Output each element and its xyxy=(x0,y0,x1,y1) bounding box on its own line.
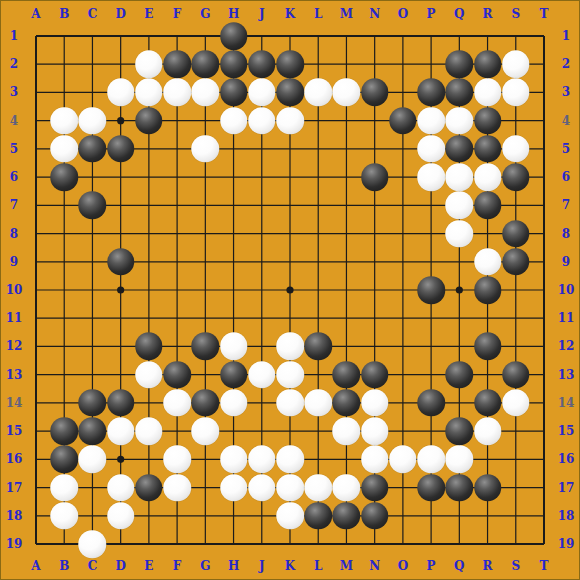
coord-label-bottom-A: A xyxy=(31,560,40,572)
coord-label-top-P: P xyxy=(427,8,436,20)
coord-label-left-4: 4 xyxy=(10,115,18,127)
stone-white-P6[interactable] xyxy=(417,163,445,191)
coord-label-top-B: B xyxy=(59,8,69,20)
coord-label-top-E: E xyxy=(144,8,153,20)
stone-black-P3[interactable] xyxy=(417,79,445,107)
stone-black-H3[interactable] xyxy=(220,79,248,107)
stone-white-Q8[interactable] xyxy=(446,220,474,248)
stone-white-J4[interactable] xyxy=(248,107,276,135)
stone-white-R15[interactable] xyxy=(474,417,502,445)
stone-black-Q5[interactable] xyxy=(446,135,474,163)
stone-white-F14[interactable] xyxy=(163,389,191,417)
stone-black-P10[interactable] xyxy=(417,276,445,304)
stone-black-Q13[interactable] xyxy=(446,361,474,389)
stone-white-Q7[interactable] xyxy=(446,192,474,220)
coord-label-right-18: 18 xyxy=(558,510,575,522)
stone-black-N6[interactable] xyxy=(361,163,389,191)
coord-label-right-9: 9 xyxy=(562,256,570,268)
stone-black-B16[interactable] xyxy=(50,446,78,474)
coord-label-right-11: 11 xyxy=(558,312,575,324)
stone-black-P17[interactable] xyxy=(417,474,445,502)
stone-black-R17[interactable] xyxy=(474,474,502,502)
stone-white-F3[interactable] xyxy=(163,79,191,107)
stone-black-R14[interactable] xyxy=(474,389,502,417)
stone-black-K3[interactable] xyxy=(276,79,304,107)
stone-black-Q3[interactable] xyxy=(446,79,474,107)
stone-white-Q4[interactable] xyxy=(446,107,474,135)
stone-black-F2[interactable] xyxy=(163,50,191,78)
stone-black-G12[interactable] xyxy=(192,333,220,361)
stone-black-P14[interactable] xyxy=(417,389,445,417)
stone-white-K12[interactable] xyxy=(276,333,304,361)
stone-black-B15[interactable] xyxy=(50,417,78,445)
coord-label-left-7: 7 xyxy=(10,199,18,211)
stone-black-M13[interactable] xyxy=(333,361,361,389)
stone-white-C19[interactable] xyxy=(79,530,107,558)
coord-label-right-4: 4 xyxy=(562,115,570,127)
stone-black-H1[interactable] xyxy=(220,22,248,50)
stone-black-M18[interactable] xyxy=(333,502,361,530)
stone-white-G3[interactable] xyxy=(192,79,220,107)
coord-label-top-K: K xyxy=(285,8,295,20)
stone-black-C7[interactable] xyxy=(79,192,107,220)
stone-black-G14[interactable] xyxy=(192,389,220,417)
stone-white-J16[interactable] xyxy=(248,446,276,474)
star-point-D4 xyxy=(117,117,124,124)
stone-black-K2[interactable] xyxy=(276,50,304,78)
stone-white-H14[interactable] xyxy=(220,389,248,417)
star-point-K10 xyxy=(286,286,293,293)
stone-white-B18[interactable] xyxy=(50,502,78,530)
stone-black-N17[interactable] xyxy=(361,474,389,502)
coord-label-right-16: 16 xyxy=(558,453,575,465)
coord-label-right-1: 1 xyxy=(562,30,570,42)
coord-label-top-F: F xyxy=(173,8,182,20)
coord-label-left-14: 14 xyxy=(6,397,23,409)
coord-label-right-5: 5 xyxy=(562,143,570,155)
stone-white-K18[interactable] xyxy=(276,502,304,530)
stone-white-P16[interactable] xyxy=(417,446,445,474)
coord-label-left-9: 9 xyxy=(10,256,18,268)
coord-label-left-8: 8 xyxy=(10,228,18,240)
stone-black-D14[interactable] xyxy=(107,389,135,417)
stone-white-L3[interactable] xyxy=(304,79,332,107)
coord-label-bottom-J: J xyxy=(259,560,265,572)
stone-white-L17[interactable] xyxy=(304,474,332,502)
coord-label-bottom-K: K xyxy=(285,560,295,572)
stone-black-C5[interactable] xyxy=(79,135,107,163)
coord-label-bottom-D: D xyxy=(115,560,125,572)
star-point-Q10 xyxy=(456,286,463,293)
coord-label-right-14: 14 xyxy=(558,397,575,409)
stone-white-R6[interactable] xyxy=(474,163,502,191)
coord-label-bottom-S: S xyxy=(511,560,520,572)
stone-white-Q16[interactable] xyxy=(446,446,474,474)
stone-white-N16[interactable] xyxy=(361,446,389,474)
coord-label-left-18: 18 xyxy=(6,510,23,522)
stone-white-E15[interactable] xyxy=(135,417,163,445)
stone-white-K16[interactable] xyxy=(276,446,304,474)
coord-label-right-7: 7 xyxy=(562,199,570,211)
coord-label-top-L: L xyxy=(314,8,322,20)
stone-white-S5[interactable] xyxy=(502,135,530,163)
coord-label-bottom-L: L xyxy=(314,560,322,572)
stone-black-D5[interactable] xyxy=(107,135,135,163)
go-board: AABBCCDDEEFFGGHHJJKKLLMMNNOOPPQQRRSSTT11… xyxy=(0,0,580,580)
stone-white-H17[interactable] xyxy=(220,474,248,502)
stone-white-H4[interactable] xyxy=(220,107,248,135)
stone-white-C4[interactable] xyxy=(79,107,107,135)
stone-white-F16[interactable] xyxy=(163,446,191,474)
coord-label-left-16: 16 xyxy=(6,453,23,465)
coord-label-top-J: J xyxy=(259,8,265,20)
stone-white-L14[interactable] xyxy=(304,389,332,417)
coord-label-bottom-E: E xyxy=(144,560,153,572)
stone-black-E12[interactable] xyxy=(135,333,163,361)
stone-black-N13[interactable] xyxy=(361,361,389,389)
stone-white-K4[interactable] xyxy=(276,107,304,135)
coord-label-left-1: 1 xyxy=(10,30,18,42)
coord-label-left-19: 19 xyxy=(6,538,23,550)
coord-label-top-N: N xyxy=(369,8,380,20)
stone-white-S2[interactable] xyxy=(502,50,530,78)
coord-label-left-17: 17 xyxy=(6,482,23,494)
coord-label-top-H: H xyxy=(228,8,239,20)
stone-black-H2[interactable] xyxy=(220,50,248,78)
stone-black-O4[interactable] xyxy=(389,107,417,135)
stone-black-E17[interactable] xyxy=(135,474,163,502)
coord-label-right-6: 6 xyxy=(562,171,570,183)
coord-label-top-G: G xyxy=(200,8,210,20)
stone-black-G2[interactable] xyxy=(192,50,220,78)
coord-label-left-5: 5 xyxy=(10,143,18,155)
stone-black-R2[interactable] xyxy=(474,50,502,78)
stone-white-G5[interactable] xyxy=(192,135,220,163)
coord-label-left-6: 6 xyxy=(10,171,18,183)
stone-white-R3[interactable] xyxy=(474,79,502,107)
coord-label-right-13: 13 xyxy=(558,369,575,381)
coord-label-bottom-C: C xyxy=(88,560,98,572)
coord-label-top-R: R xyxy=(483,8,493,20)
stone-black-R12[interactable] xyxy=(474,333,502,361)
coord-label-left-3: 3 xyxy=(10,86,18,98)
star-point-D10 xyxy=(117,286,124,293)
coord-label-right-17: 17 xyxy=(558,482,575,494)
stone-white-S14[interactable] xyxy=(502,389,530,417)
stone-white-J17[interactable] xyxy=(248,474,276,502)
stone-white-O16[interactable] xyxy=(389,446,417,474)
stone-black-Q17[interactable] xyxy=(446,474,474,502)
stone-white-B5[interactable] xyxy=(50,135,78,163)
stone-white-N15[interactable] xyxy=(361,417,389,445)
stone-black-Q15[interactable] xyxy=(446,417,474,445)
stone-black-J2[interactable] xyxy=(248,50,276,78)
stone-black-N3[interactable] xyxy=(361,79,389,107)
stone-black-C15[interactable] xyxy=(79,417,107,445)
stone-black-E4[interactable] xyxy=(135,107,163,135)
stone-black-R7[interactable] xyxy=(474,192,502,220)
stone-white-M3[interactable] xyxy=(333,79,361,107)
coord-label-top-D: D xyxy=(115,8,125,20)
coord-label-bottom-R: R xyxy=(483,560,493,572)
stone-white-R9[interactable] xyxy=(474,248,502,276)
coord-label-top-Q: Q xyxy=(454,8,464,20)
coord-label-left-2: 2 xyxy=(10,58,18,70)
coord-label-right-12: 12 xyxy=(558,340,575,352)
coord-label-right-2: 2 xyxy=(562,58,570,70)
stone-white-E13[interactable] xyxy=(135,361,163,389)
stone-white-P5[interactable] xyxy=(417,135,445,163)
coord-label-right-10: 10 xyxy=(558,284,575,296)
stone-white-P4[interactable] xyxy=(417,107,445,135)
stone-white-K13[interactable] xyxy=(276,361,304,389)
stone-white-N14[interactable] xyxy=(361,389,389,417)
stone-white-J3[interactable] xyxy=(248,79,276,107)
coord-label-right-3: 3 xyxy=(562,86,570,98)
coord-label-bottom-H: H xyxy=(228,560,239,572)
stone-black-R5[interactable] xyxy=(474,135,502,163)
coord-label-left-11: 11 xyxy=(6,312,23,324)
coord-label-right-19: 19 xyxy=(558,538,575,550)
stone-black-Q2[interactable] xyxy=(446,50,474,78)
stone-white-D3[interactable] xyxy=(107,79,135,107)
coord-label-left-10: 10 xyxy=(6,284,23,296)
coord-label-bottom-M: M xyxy=(340,560,353,572)
stone-black-S13[interactable] xyxy=(502,361,530,389)
stone-white-Q6[interactable] xyxy=(446,163,474,191)
stone-white-H12[interactable] xyxy=(220,333,248,361)
coord-label-top-O: O xyxy=(398,8,408,20)
stone-black-F13[interactable] xyxy=(163,361,191,389)
coord-label-top-S: S xyxy=(511,8,520,20)
stone-black-R4[interactable] xyxy=(474,107,502,135)
stone-white-K14[interactable] xyxy=(276,389,304,417)
stone-white-D17[interactable] xyxy=(107,474,135,502)
stone-black-L12[interactable] xyxy=(304,333,332,361)
coord-label-left-15: 15 xyxy=(6,425,23,437)
stone-black-B6[interactable] xyxy=(50,163,78,191)
star-point-D16 xyxy=(117,456,124,463)
stone-white-M17[interactable] xyxy=(333,474,361,502)
coord-label-bottom-O: O xyxy=(398,560,408,572)
stone-black-C14[interactable] xyxy=(79,389,107,417)
stone-black-D9[interactable] xyxy=(107,248,135,276)
coord-label-left-12: 12 xyxy=(6,340,23,352)
stone-white-D18[interactable] xyxy=(107,502,135,530)
coord-label-bottom-B: B xyxy=(59,560,69,572)
coord-label-bottom-Q: Q xyxy=(454,560,464,572)
coord-label-right-15: 15 xyxy=(558,425,575,437)
coord-label-bottom-G: G xyxy=(200,560,210,572)
coord-label-left-13: 13 xyxy=(6,369,23,381)
coord-label-top-C: C xyxy=(88,8,98,20)
stone-black-S9[interactable] xyxy=(502,248,530,276)
coord-label-bottom-T: T xyxy=(540,560,549,572)
stone-white-H16[interactable] xyxy=(220,446,248,474)
stone-white-D15[interactable] xyxy=(107,417,135,445)
stone-white-B17[interactable] xyxy=(50,474,78,502)
coord-label-right-8: 8 xyxy=(562,228,570,240)
stone-white-E2[interactable] xyxy=(135,50,163,78)
stone-black-N18[interactable] xyxy=(361,502,389,530)
coord-label-bottom-N: N xyxy=(369,560,380,572)
stone-black-H13[interactable] xyxy=(220,361,248,389)
coord-label-bottom-P: P xyxy=(427,560,436,572)
coord-label-top-M: M xyxy=(340,8,353,20)
coord-label-top-A: A xyxy=(31,8,40,20)
stone-white-K17[interactable] xyxy=(276,474,304,502)
stone-black-S6[interactable] xyxy=(502,163,530,191)
stone-black-L18[interactable] xyxy=(304,502,332,530)
stone-white-F17[interactable] xyxy=(163,474,191,502)
stone-white-M15[interactable] xyxy=(333,417,361,445)
coord-label-top-T: T xyxy=(540,8,549,20)
stone-white-G15[interactable] xyxy=(192,417,220,445)
stone-white-C16[interactable] xyxy=(79,446,107,474)
coord-label-bottom-F: F xyxy=(173,560,182,572)
stone-white-E3[interactable] xyxy=(135,79,163,107)
stone-black-M14[interactable] xyxy=(333,389,361,417)
stone-black-S8[interactable] xyxy=(502,220,530,248)
stone-white-J13[interactable] xyxy=(248,361,276,389)
stone-black-R10[interactable] xyxy=(474,276,502,304)
stone-white-B4[interactable] xyxy=(50,107,78,135)
stone-white-S3[interactable] xyxy=(502,79,530,107)
